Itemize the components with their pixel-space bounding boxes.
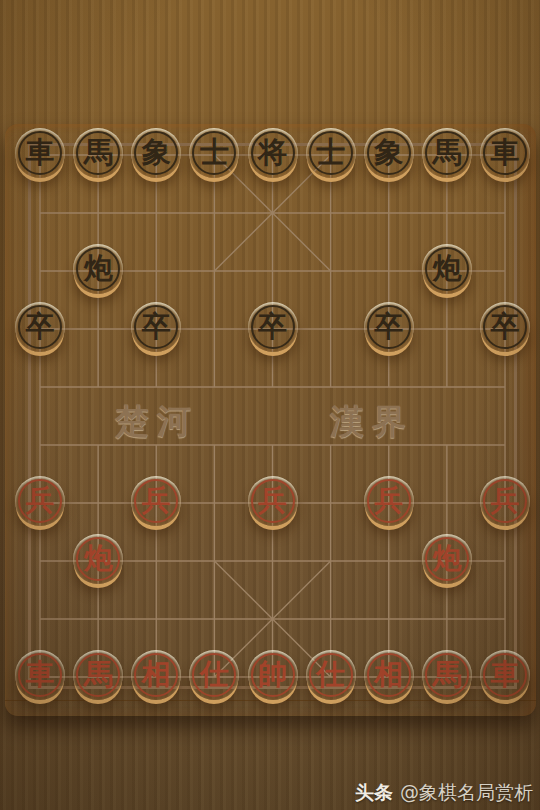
- piece-glyph: 帥: [258, 660, 287, 689]
- piece-red-soldier[interactable]: 兵: [480, 476, 530, 526]
- piece-glyph: 車: [491, 660, 520, 689]
- piece-glyph: 象: [142, 138, 171, 167]
- piece-glyph: 炮: [432, 544, 461, 573]
- piece-glyph: 馬: [432, 660, 461, 689]
- piece-glyph: 馬: [84, 138, 113, 167]
- piece-glyph: 兵: [374, 486, 403, 515]
- piece-red-cannon[interactable]: 炮: [422, 534, 472, 584]
- piece-glyph: 卒: [374, 312, 403, 341]
- piece-black-soldier[interactable]: 卒: [364, 302, 414, 352]
- piece-glyph: 卒: [258, 312, 287, 341]
- piece-black-soldier[interactable]: 卒: [15, 302, 65, 352]
- piece-black-cannon[interactable]: 炮: [73, 244, 123, 294]
- xiangqi-app-screen: 楚河 漢界 車馬象士将士象馬車炮炮卒卒卒卒卒兵兵兵兵兵炮炮車馬相仕帥仕相馬車 头…: [0, 0, 540, 810]
- piece-black-horse[interactable]: 馬: [73, 128, 123, 178]
- piece-black-cannon[interactable]: 炮: [422, 244, 472, 294]
- piece-glyph: 炮: [84, 544, 113, 573]
- piece-glyph: 士: [316, 138, 345, 167]
- piece-red-horse[interactable]: 馬: [422, 650, 472, 700]
- piece-glyph: 炮: [84, 254, 113, 283]
- piece-red-cannon[interactable]: 炮: [73, 534, 123, 584]
- piece-glyph: 兵: [26, 486, 55, 515]
- river-label-left: 楚河: [115, 401, 199, 441]
- piece-glyph: 馬: [84, 660, 113, 689]
- piece-red-soldier[interactable]: 兵: [15, 476, 65, 526]
- piece-glyph: 炮: [432, 254, 461, 283]
- watermark-handle: @象棋名局赏析: [400, 781, 533, 803]
- piece-glyph: 象: [374, 138, 403, 167]
- piece-black-elephant[interactable]: 象: [131, 128, 181, 178]
- piece-glyph: 車: [26, 660, 55, 689]
- piece-glyph: 兵: [491, 486, 520, 515]
- piece-black-horse[interactable]: 馬: [422, 128, 472, 178]
- piece-glyph: 車: [26, 138, 55, 167]
- watermark-brand: 头条: [355, 781, 393, 803]
- piece-glyph: 仕: [316, 660, 345, 689]
- piece-red-elephant[interactable]: 相: [364, 650, 414, 700]
- piece-glyph: 車: [491, 138, 520, 167]
- piece-glyph: 兵: [258, 486, 287, 515]
- piece-black-soldier[interactable]: 卒: [131, 302, 181, 352]
- piece-black-soldier[interactable]: 卒: [480, 302, 530, 352]
- piece-glyph: 仕: [200, 660, 229, 689]
- piece-red-chariot[interactable]: 車: [15, 650, 65, 700]
- piece-black-elephant[interactable]: 象: [364, 128, 414, 178]
- piece-glyph: 相: [374, 660, 403, 689]
- piece-glyph: 相: [142, 660, 171, 689]
- piece-black-soldier[interactable]: 卒: [248, 302, 298, 352]
- piece-red-advisor[interactable]: 仕: [306, 650, 356, 700]
- piece-black-advisor[interactable]: 士: [306, 128, 356, 178]
- piece-red-general[interactable]: 帥: [248, 650, 298, 700]
- piece-red-horse[interactable]: 馬: [73, 650, 123, 700]
- piece-black-chariot[interactable]: 車: [15, 128, 65, 178]
- piece-glyph: 卒: [491, 312, 520, 341]
- piece-glyph: 士: [200, 138, 229, 167]
- xiangqi-board[interactable]: [5, 124, 536, 716]
- piece-glyph: 兵: [142, 486, 171, 515]
- piece-glyph: 卒: [142, 312, 171, 341]
- piece-glyph: 馬: [432, 138, 461, 167]
- piece-red-soldier[interactable]: 兵: [248, 476, 298, 526]
- piece-red-soldier[interactable]: 兵: [364, 476, 414, 526]
- piece-red-chariot[interactable]: 車: [480, 650, 530, 700]
- piece-glyph: 卒: [26, 312, 55, 341]
- piece-red-elephant[interactable]: 相: [131, 650, 181, 700]
- piece-black-general[interactable]: 将: [248, 128, 298, 178]
- piece-black-chariot[interactable]: 車: [480, 128, 530, 178]
- watermark: 头条@象棋名局赏析: [355, 781, 533, 803]
- river-label-right: 漢界: [330, 401, 414, 441]
- piece-glyph: 将: [258, 138, 287, 167]
- piece-red-soldier[interactable]: 兵: [131, 476, 181, 526]
